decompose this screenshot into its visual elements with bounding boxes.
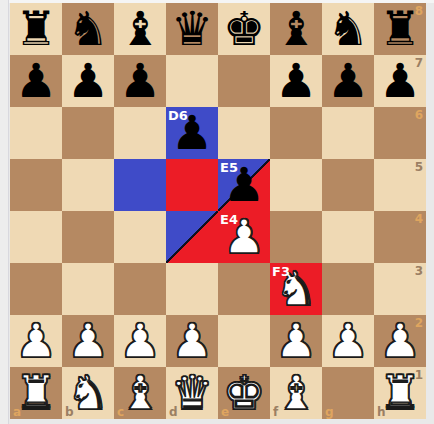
square-e7[interactable] (218, 55, 270, 107)
highlight-label-d6: D6 (168, 108, 188, 123)
square-h8[interactable]: ♜8 (374, 3, 426, 55)
square-f2[interactable]: ♟ (270, 315, 322, 367)
square-b7[interactable]: ♟ (62, 55, 114, 107)
square-a5[interactable] (10, 159, 62, 211)
square-f8[interactable]: ♝ (270, 3, 322, 55)
rank-label-3: 3 (415, 264, 423, 278)
square-a6[interactable] (10, 107, 62, 159)
piece-white-pawn[interactable]: ♟ (379, 315, 421, 367)
square-g6[interactable] (322, 107, 374, 159)
square-f6[interactable] (270, 107, 322, 159)
square-h1[interactable]: ♜1h (374, 367, 426, 419)
square-f7[interactable]: ♟ (270, 55, 322, 107)
piece-white-rook[interactable]: ♜ (15, 367, 57, 419)
square-c1[interactable]: ♝c (114, 367, 166, 419)
square-f3[interactable]: F3♞ (270, 263, 322, 315)
square-e5[interactable]: E5♟ (218, 159, 270, 211)
piece-white-pawn[interactable]: ♟ (119, 315, 161, 367)
piece-white-pawn[interactable]: ♟ (67, 315, 109, 367)
square-a8[interactable]: ♜ (10, 3, 62, 55)
rank-label-5: 5 (415, 160, 423, 174)
square-d8[interactable]: ♛ (166, 3, 218, 55)
square-d7[interactable] (166, 55, 218, 107)
left-gutter (0, 0, 9, 424)
square-b6[interactable] (62, 107, 114, 159)
square-h2[interactable]: ♟2 (374, 315, 426, 367)
piece-white-bishop[interactable]: ♝ (119, 367, 161, 419)
square-d1[interactable]: ♛d (166, 367, 218, 419)
highlight-label-e4: E4 (220, 212, 238, 227)
piece-black-knight[interactable]: ♞ (67, 3, 109, 55)
square-a7[interactable]: ♟ (10, 55, 62, 107)
square-d4[interactable] (166, 211, 218, 263)
piece-white-pawn[interactable]: ♟ (327, 315, 369, 367)
piece-black-bishop[interactable]: ♝ (119, 3, 161, 55)
square-d6[interactable]: D6♟ (166, 107, 218, 159)
piece-black-rook[interactable]: ♜ (379, 3, 421, 55)
piece-black-pawn[interactable]: ♟ (379, 55, 421, 107)
square-c5[interactable] (114, 159, 166, 211)
square-g7[interactable]: ♟ (322, 55, 374, 107)
square-d2[interactable]: ♟ (166, 315, 218, 367)
square-e4[interactable]: E4♟ (218, 211, 270, 263)
square-f4[interactable] (270, 211, 322, 263)
piece-white-pawn[interactable]: ♟ (15, 315, 57, 367)
square-c4[interactable] (114, 211, 166, 263)
piece-white-bishop[interactable]: ♝ (275, 367, 317, 419)
piece-black-pawn[interactable]: ♟ (327, 55, 369, 107)
square-g4[interactable] (322, 211, 374, 263)
square-h3[interactable]: 3 (374, 263, 426, 315)
square-g1[interactable]: g (322, 367, 374, 419)
square-e2[interactable] (218, 315, 270, 367)
square-c7[interactable]: ♟ (114, 55, 166, 107)
square-b2[interactable]: ♟ (62, 315, 114, 367)
file-label-g: g (325, 405, 334, 419)
square-c3[interactable] (114, 263, 166, 315)
square-e6[interactable] (218, 107, 270, 159)
highlight-label-e5: E5 (220, 160, 238, 175)
chess-board: ♜♞♝♛♚♝♞♜8♟♟♟♟♟♟7D6♟6E5♟5E4♟4F3♞3♟♟♟♟♟♟♟2… (10, 3, 426, 419)
square-b8[interactable]: ♞ (62, 3, 114, 55)
square-e1[interactable]: ♚e (218, 367, 270, 419)
square-g2[interactable]: ♟ (322, 315, 374, 367)
square-c6[interactable] (114, 107, 166, 159)
piece-white-king[interactable]: ♚ (223, 367, 265, 419)
piece-black-pawn[interactable]: ♟ (119, 55, 161, 107)
square-a1[interactable]: ♜a (10, 367, 62, 419)
square-d5[interactable] (166, 159, 218, 211)
square-a4[interactable] (10, 211, 62, 263)
square-d3[interactable] (166, 263, 218, 315)
square-b4[interactable] (62, 211, 114, 263)
square-f1[interactable]: ♝f (270, 367, 322, 419)
piece-white-queen[interactable]: ♛ (171, 367, 213, 419)
square-b3[interactable] (62, 263, 114, 315)
square-g8[interactable]: ♞ (322, 3, 374, 55)
square-f5[interactable] (270, 159, 322, 211)
square-b5[interactable] (62, 159, 114, 211)
rank-label-4: 4 (415, 212, 423, 226)
square-a2[interactable]: ♟ (10, 315, 62, 367)
square-e8[interactable]: ♚ (218, 3, 270, 55)
piece-white-pawn[interactable]: ♟ (275, 315, 317, 367)
square-c8[interactable]: ♝ (114, 3, 166, 55)
square-g5[interactable] (322, 159, 374, 211)
piece-black-knight[interactable]: ♞ (327, 3, 369, 55)
square-a3[interactable] (10, 263, 62, 315)
square-c2[interactable]: ♟ (114, 315, 166, 367)
square-g3[interactable] (322, 263, 374, 315)
square-h4[interactable]: 4 (374, 211, 426, 263)
piece-white-rook[interactable]: ♜ (379, 367, 421, 419)
square-h6[interactable]: 6 (374, 107, 426, 159)
piece-black-pawn[interactable]: ♟ (275, 55, 317, 107)
highlight-label-f3: F3 (272, 264, 290, 279)
piece-white-pawn[interactable]: ♟ (171, 315, 213, 367)
piece-black-queen[interactable]: ♛ (171, 3, 213, 55)
square-b1[interactable]: ♞b (62, 367, 114, 419)
rank-label-6: 6 (415, 108, 423, 122)
piece-black-pawn[interactable]: ♟ (67, 55, 109, 107)
piece-black-king[interactable]: ♚ (223, 3, 265, 55)
piece-black-bishop[interactable]: ♝ (275, 3, 317, 55)
piece-black-pawn[interactable]: ♟ (15, 55, 57, 107)
piece-white-knight[interactable]: ♞ (67, 367, 109, 419)
square-h5[interactable]: 5 (374, 159, 426, 211)
square-e3[interactable] (218, 263, 270, 315)
piece-black-rook[interactable]: ♜ (15, 3, 57, 55)
square-h7[interactable]: ♟7 (374, 55, 426, 107)
